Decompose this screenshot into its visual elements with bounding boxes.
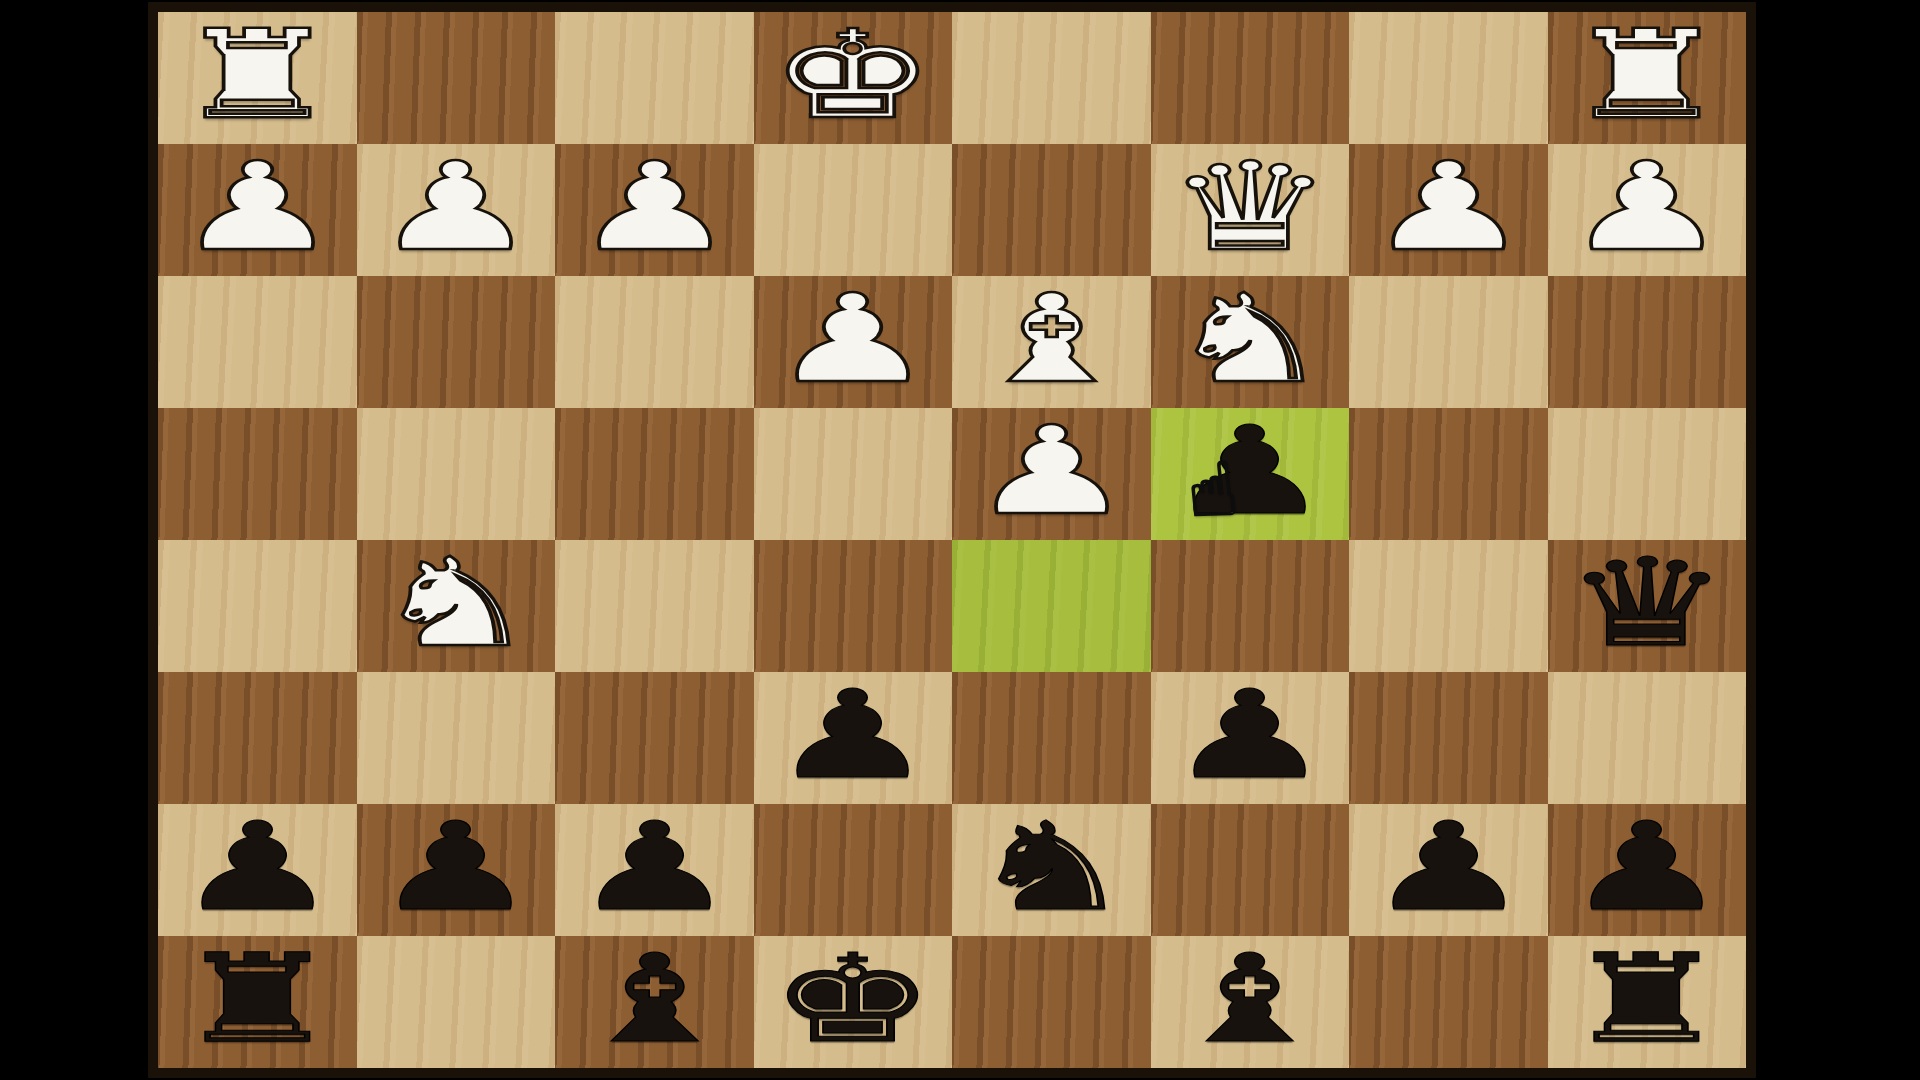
square-d2[interactable] — [952, 144, 1151, 276]
square-e8[interactable]: ♚ — [754, 936, 953, 1068]
square-b7[interactable]: ♟ — [1349, 804, 1548, 936]
piece-white-rook-a1[interactable]: ♜ — [1564, 14, 1730, 136]
square-c5[interactable] — [1151, 540, 1350, 672]
piece-white-rook-h1[interactable]: ♜ — [174, 14, 340, 136]
square-a8[interactable]: ♜ — [1548, 936, 1747, 1068]
square-e7[interactable] — [754, 804, 953, 936]
letterbox-left — [0, 0, 148, 1080]
square-h2[interactable]: ♟ — [158, 144, 357, 276]
square-e2[interactable] — [754, 144, 953, 276]
piece-white-knight-g5[interactable]: ♞ — [373, 542, 539, 664]
piece-white-pawn-f2[interactable]: ♟ — [571, 146, 737, 268]
square-g3[interactable] — [357, 276, 556, 408]
square-a6[interactable] — [1548, 672, 1747, 804]
square-a2[interactable]: ♟ — [1548, 144, 1747, 276]
square-e1[interactable]: ♚ — [754, 12, 953, 144]
square-h1[interactable]: ♜ — [158, 12, 357, 144]
square-e5[interactable] — [754, 540, 953, 672]
square-g5[interactable]: ♞ — [357, 540, 556, 672]
square-b2[interactable]: ♟ — [1349, 144, 1548, 276]
square-g1[interactable] — [357, 12, 556, 144]
square-e6[interactable]: ♟ — [754, 672, 953, 804]
piece-black-queen-a5[interactable]: ♛ — [1564, 542, 1730, 664]
piece-white-king-e1[interactable]: ♚ — [770, 14, 936, 136]
piece-black-pawn-c6[interactable]: ♟ — [1167, 674, 1333, 796]
square-d8[interactable] — [952, 936, 1151, 1068]
square-f7[interactable]: ♟ — [555, 804, 754, 936]
piece-black-bishop-f8[interactable]: ♝ — [571, 938, 737, 1060]
square-f2[interactable]: ♟ — [555, 144, 754, 276]
square-a7[interactable]: ♟ — [1548, 804, 1747, 936]
square-b3[interactable] — [1349, 276, 1548, 408]
square-d6[interactable] — [952, 672, 1151, 804]
square-b6[interactable] — [1349, 672, 1548, 804]
piece-black-pawn-a7[interactable]: ♟ — [1564, 806, 1730, 928]
square-h7[interactable]: ♟ — [158, 804, 357, 936]
square-c8[interactable]: ♝ — [1151, 936, 1350, 1068]
piece-white-pawn-h2[interactable]: ♟ — [174, 146, 340, 268]
square-b8[interactable] — [1349, 936, 1548, 1068]
square-c3[interactable]: ♞ — [1151, 276, 1350, 408]
square-c7[interactable] — [1151, 804, 1350, 936]
square-b1[interactable] — [1349, 12, 1548, 144]
square-g8[interactable] — [357, 936, 556, 1068]
chess-board: ☝ ♜♚♜♟♟♟♛♟♟♟♝♞♟♟♞♛♟♟♟♟♟♞♟♟♜♝♚♝♜ — [148, 2, 1756, 1078]
square-d3[interactable]: ♝ — [952, 276, 1151, 408]
square-a1[interactable]: ♜ — [1548, 12, 1747, 144]
piece-black-rook-h8[interactable]: ♜ — [174, 938, 340, 1060]
square-d4[interactable]: ♟ — [952, 408, 1151, 540]
piece-black-king-e8[interactable]: ♚ — [770, 938, 936, 1060]
piece-black-pawn-g7[interactable]: ♟ — [373, 806, 539, 928]
square-f6[interactable] — [555, 672, 754, 804]
piece-black-pawn-h7[interactable]: ♟ — [174, 806, 340, 928]
square-h8[interactable]: ♜ — [158, 936, 357, 1068]
piece-white-bishop-d3[interactable]: ♝ — [968, 278, 1134, 400]
square-e4[interactable] — [754, 408, 953, 540]
square-a3[interactable] — [1548, 276, 1747, 408]
board-squares: ☝ ♜♚♜♟♟♟♛♟♟♟♝♞♟♟♞♛♟♟♟♟♟♞♟♟♜♝♚♝♜ — [158, 12, 1746, 1068]
square-g4[interactable] — [357, 408, 556, 540]
piece-black-rook-a8[interactable]: ♜ — [1564, 938, 1730, 1060]
square-c4[interactable]: ♟ — [1151, 408, 1350, 540]
square-f3[interactable] — [555, 276, 754, 408]
piece-black-bishop-c8[interactable]: ♝ — [1167, 938, 1333, 1060]
square-c2[interactable]: ♛ — [1151, 144, 1350, 276]
square-h5[interactable] — [158, 540, 357, 672]
square-c1[interactable] — [1151, 12, 1350, 144]
piece-white-pawn-a2[interactable]: ♟ — [1564, 146, 1730, 268]
square-f5[interactable] — [555, 540, 754, 672]
piece-white-pawn-e3[interactable]: ♟ — [770, 278, 936, 400]
square-g2[interactable]: ♟ — [357, 144, 556, 276]
square-a4[interactable] — [1548, 408, 1747, 540]
square-b5[interactable] — [1349, 540, 1548, 672]
square-h3[interactable] — [158, 276, 357, 408]
piece-black-pawn-f7[interactable]: ♟ — [571, 806, 737, 928]
square-h6[interactable] — [158, 672, 357, 804]
square-d5[interactable] — [952, 540, 1151, 672]
piece-black-pawn-b7[interactable]: ♟ — [1365, 806, 1531, 928]
square-d1[interactable] — [952, 12, 1151, 144]
piece-black-pawn-e6[interactable]: ♟ — [770, 674, 936, 796]
piece-white-pawn-d4[interactable]: ♟ — [968, 410, 1134, 532]
piece-white-knight-c3[interactable]: ♞ — [1167, 278, 1333, 400]
square-a5[interactable]: ♛ — [1548, 540, 1747, 672]
square-f1[interactable] — [555, 12, 754, 144]
square-g6[interactable] — [357, 672, 556, 804]
square-g7[interactable]: ♟ — [357, 804, 556, 936]
square-f8[interactable]: ♝ — [555, 936, 754, 1068]
square-f4[interactable] — [555, 408, 754, 540]
square-b4[interactable] — [1349, 408, 1548, 540]
square-e3[interactable]: ♟ — [754, 276, 953, 408]
square-d7[interactable]: ♞ — [952, 804, 1151, 936]
hand-pointer-cursor-icon: ☝ — [1183, 451, 1242, 530]
piece-white-pawn-g2[interactable]: ♟ — [373, 146, 539, 268]
piece-white-queen-c2[interactable]: ♛ — [1167, 146, 1333, 268]
piece-white-pawn-b2[interactable]: ♟ — [1365, 146, 1531, 268]
square-h4[interactable] — [158, 408, 357, 540]
letterbox-right — [1756, 0, 1920, 1080]
piece-black-knight-d7[interactable]: ♞ — [968, 806, 1134, 928]
square-c6[interactable]: ♟ — [1151, 672, 1350, 804]
